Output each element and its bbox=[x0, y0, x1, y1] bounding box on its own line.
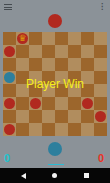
hamburger-line bbox=[4, 7, 12, 8]
board-square[interactable] bbox=[16, 97, 29, 110]
board-square[interactable] bbox=[55, 123, 68, 136]
board-square[interactable] bbox=[29, 123, 42, 136]
kebab-menu-icon[interactable]: ⋮ bbox=[98, 2, 106, 11]
board-square[interactable] bbox=[55, 58, 68, 71]
android-nav-bar bbox=[0, 168, 110, 183]
board-square[interactable] bbox=[29, 110, 42, 123]
board-square[interactable] bbox=[68, 110, 81, 123]
board-square[interactable] bbox=[29, 58, 42, 71]
home-button-icon[interactable] bbox=[52, 173, 57, 178]
board-square[interactable] bbox=[68, 45, 81, 58]
red-piece[interactable] bbox=[95, 111, 106, 122]
board-square[interactable] bbox=[94, 45, 107, 58]
board-square[interactable] bbox=[42, 123, 55, 136]
board-square[interactable] bbox=[68, 32, 81, 45]
player-turn-indicator bbox=[48, 142, 62, 156]
board-square[interactable] bbox=[42, 32, 55, 45]
red-piece[interactable] bbox=[4, 124, 15, 135]
board-square[interactable] bbox=[42, 58, 55, 71]
board-square[interactable] bbox=[94, 58, 107, 71]
board-square[interactable] bbox=[3, 123, 16, 136]
board-square[interactable] bbox=[55, 97, 68, 110]
board-square[interactable] bbox=[68, 123, 81, 136]
board-square[interactable] bbox=[94, 97, 107, 110]
board-square[interactable] bbox=[68, 58, 81, 71]
game-status-message: Player Win bbox=[0, 78, 110, 91]
board-square[interactable] bbox=[3, 97, 16, 110]
board-square[interactable] bbox=[42, 45, 55, 58]
board-square[interactable] bbox=[3, 110, 16, 123]
board-square[interactable] bbox=[81, 32, 94, 45]
board-square[interactable] bbox=[29, 32, 42, 45]
board-square[interactable] bbox=[55, 110, 68, 123]
back-button-icon[interactable] bbox=[21, 173, 26, 179]
board-square[interactable] bbox=[16, 45, 29, 58]
board-square[interactable] bbox=[3, 58, 16, 71]
board-square[interactable] bbox=[68, 97, 81, 110]
red-king-piece[interactable]: ♛ bbox=[17, 33, 28, 44]
board-square[interactable] bbox=[29, 97, 42, 110]
board-square[interactable] bbox=[3, 32, 16, 45]
hamburger-line bbox=[4, 4, 12, 5]
board-square[interactable] bbox=[42, 97, 55, 110]
opponent-turn-indicator bbox=[48, 14, 62, 28]
app-screen: ⋮ ♛ Player Win 0 0 bbox=[0, 0, 110, 183]
board-square[interactable] bbox=[81, 45, 94, 58]
board-square[interactable] bbox=[16, 123, 29, 136]
board-square[interactable] bbox=[94, 123, 107, 136]
crown-icon: ♛ bbox=[18, 34, 26, 43]
board-square[interactable] bbox=[55, 45, 68, 58]
red-piece[interactable] bbox=[4, 98, 15, 109]
board-square[interactable] bbox=[94, 32, 107, 45]
red-piece[interactable] bbox=[4, 46, 15, 57]
board-square[interactable] bbox=[16, 110, 29, 123]
red-piece[interactable] bbox=[82, 98, 93, 109]
board-square[interactable] bbox=[16, 58, 29, 71]
board-square[interactable] bbox=[55, 32, 68, 45]
board-square[interactable] bbox=[81, 123, 94, 136]
board-square[interactable] bbox=[94, 110, 107, 123]
board-square[interactable] bbox=[81, 58, 94, 71]
board-square[interactable] bbox=[81, 110, 94, 123]
player-score: 0 bbox=[4, 152, 10, 164]
hamburger-line bbox=[4, 9, 12, 10]
board-square[interactable] bbox=[29, 45, 42, 58]
red-piece[interactable] bbox=[30, 98, 41, 109]
board-square[interactable] bbox=[81, 97, 94, 110]
board-square[interactable] bbox=[3, 45, 16, 58]
hamburger-menu-icon[interactable] bbox=[4, 4, 12, 10]
board-square[interactable] bbox=[42, 110, 55, 123]
recents-button-icon[interactable] bbox=[84, 173, 89, 178]
opponent-score: 0 bbox=[98, 152, 104, 164]
board-square[interactable]: ♛ bbox=[16, 32, 29, 45]
score-underline bbox=[48, 164, 64, 165]
